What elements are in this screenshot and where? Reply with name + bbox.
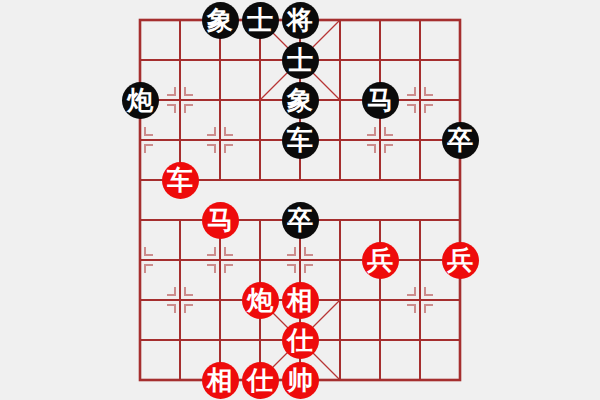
piece-red-elephant-e3[interactable]: 相 xyxy=(282,282,319,319)
piece-red-cannon-d3[interactable]: 炮 xyxy=(242,282,279,319)
piece-black-soldier-i7[interactable]: 卒 xyxy=(442,122,479,159)
piece-black-general-e10[interactable]: 将 xyxy=(282,2,319,39)
piece-black-cannon-a8[interactable]: 炮 xyxy=(122,82,159,119)
piece-red-horse-c5[interactable]: 马 xyxy=(202,202,239,239)
piece-red-elephant-c1[interactable]: 相 xyxy=(202,362,239,399)
piece-red-advisor-d1[interactable]: 仕 xyxy=(242,362,279,399)
piece-black-horse-g8[interactable]: 马 xyxy=(362,82,399,119)
piece-black-elephant-e8[interactable]: 象 xyxy=(282,82,319,119)
piece-red-soldier-i4[interactable]: 兵 xyxy=(442,242,479,279)
piece-black-advisor-d10[interactable]: 士 xyxy=(242,2,279,39)
piece-black-elephant-c10[interactable]: 象 xyxy=(202,2,239,39)
piece-red-advisor-e2[interactable]: 仕 xyxy=(282,322,319,359)
piece-black-advisor-e9[interactable]: 士 xyxy=(282,42,319,79)
piece-black-chariot-e7[interactable]: 车 xyxy=(282,122,319,159)
piece-red-soldier-g4[interactable]: 兵 xyxy=(362,242,399,279)
piece-red-general-e1[interactable]: 帅 xyxy=(282,362,319,399)
piece-red-chariot-b6[interactable]: 车 xyxy=(162,162,199,199)
xiangqi-board[interactable]: 象士将士炮象马车卒卒车马兵兵炮相仕相仕帅 xyxy=(0,0,600,400)
piece-layer: 象士将士炮象马车卒卒车马兵兵炮相仕相仕帅 xyxy=(120,0,480,400)
piece-black-soldier-e5[interactable]: 卒 xyxy=(282,202,319,239)
